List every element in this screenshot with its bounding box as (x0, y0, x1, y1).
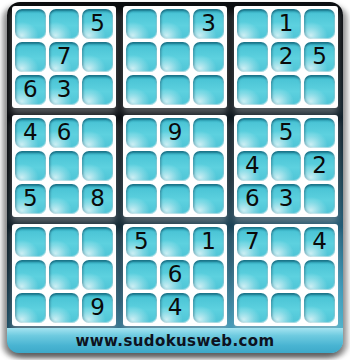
cell-r3c5[interactable] (160, 75, 191, 105)
cell-r2c5[interactable] (160, 42, 191, 72)
cell-r6c1[interactable]: 5 (15, 184, 46, 214)
given-digit: 5 (134, 230, 149, 253)
given-digit: 2 (279, 45, 294, 68)
box-2-2: 9 (123, 115, 227, 217)
cell-r4c5[interactable]: 9 (160, 118, 191, 148)
box-2-1: 4658 (12, 115, 116, 217)
page: 5763312546589542639516474 www.sudokusweb… (0, 0, 350, 360)
cell-r5c6[interactable] (193, 151, 224, 181)
cell-r3c6[interactable] (193, 75, 224, 105)
cell-r8c7[interactable] (237, 260, 268, 290)
box-3-2: 5164 (123, 224, 227, 326)
cell-r5c9[interactable]: 2 (304, 151, 335, 181)
cell-r4c2[interactable]: 6 (49, 118, 80, 148)
cell-r4c3[interactable] (82, 118, 113, 148)
cell-r6c5[interactable] (160, 184, 191, 214)
cell-r9c6[interactable] (193, 293, 224, 323)
cell-r9c5[interactable]: 4 (160, 293, 191, 323)
box-1-3: 125 (234, 6, 338, 108)
cell-r6c8[interactable]: 3 (271, 184, 302, 214)
cell-r5c5[interactable] (160, 151, 191, 181)
cell-r9c4[interactable] (126, 293, 157, 323)
cell-r7c3[interactable] (82, 227, 113, 257)
cell-r6c9[interactable] (304, 184, 335, 214)
cell-r2c9[interactable]: 5 (304, 42, 335, 72)
given-digit: 5 (312, 45, 327, 68)
cell-r8c8[interactable] (271, 260, 302, 290)
cell-r9c3[interactable]: 9 (82, 293, 113, 323)
given-digit: 8 (90, 187, 105, 210)
cell-r1c2[interactable] (49, 9, 80, 39)
cell-r5c8[interactable] (271, 151, 302, 181)
cell-r3c4[interactable] (126, 75, 157, 105)
box-3-3: 74 (234, 224, 338, 326)
cell-r9c2[interactable] (49, 293, 80, 323)
given-digit: 5 (90, 12, 105, 35)
given-digit: 4 (312, 230, 327, 253)
cell-r8c1[interactable] (15, 260, 46, 290)
cell-r2c2[interactable]: 7 (49, 42, 80, 72)
site-url[interactable]: www.sudokusweb.com (75, 332, 274, 350)
given-digit: 6 (23, 78, 38, 101)
cell-r1c9[interactable] (304, 9, 335, 39)
given-digit: 2 (312, 154, 327, 177)
given-digit: 7 (245, 230, 260, 253)
box-3-1: 9 (12, 224, 116, 326)
cell-r5c7[interactable]: 4 (237, 151, 268, 181)
given-digit: 1 (279, 12, 294, 35)
sudoku-board: 5763312546589542639516474 www.sudokusweb… (7, 2, 343, 353)
cell-r3c2[interactable]: 3 (49, 75, 80, 105)
cell-r8c9[interactable] (304, 260, 335, 290)
cell-r6c3[interactable]: 8 (82, 184, 113, 214)
given-digit: 7 (57, 45, 72, 68)
cell-r5c2[interactable] (49, 151, 80, 181)
box-1-2: 3 (123, 6, 227, 108)
cell-r1c7[interactable] (237, 9, 268, 39)
cell-r7c6[interactable]: 1 (193, 227, 224, 257)
cell-r1c1[interactable] (15, 9, 46, 39)
cell-r1c4[interactable] (126, 9, 157, 39)
cell-r2c3[interactable] (82, 42, 113, 72)
cell-r5c4[interactable] (126, 151, 157, 181)
cell-r8c2[interactable] (49, 260, 80, 290)
given-digit: 5 (279, 121, 294, 144)
cell-r1c5[interactable] (160, 9, 191, 39)
cell-r2c4[interactable] (126, 42, 157, 72)
cell-r1c3[interactable]: 5 (82, 9, 113, 39)
cell-r2c7[interactable] (237, 42, 268, 72)
given-digit: 9 (90, 296, 105, 319)
given-digit: 5 (23, 187, 38, 210)
given-digit: 6 (245, 187, 260, 210)
given-digit: 4 (23, 121, 38, 144)
box-1-1: 5763 (12, 6, 116, 108)
given-digit: 4 (168, 296, 183, 319)
cell-r1c8[interactable]: 1 (271, 9, 302, 39)
cell-r3c9[interactable] (304, 75, 335, 105)
cell-r5c1[interactable] (15, 151, 46, 181)
cell-r4c1[interactable]: 4 (15, 118, 46, 148)
given-digit: 4 (245, 154, 260, 177)
board-grid: 5763312546589542639516474 (12, 6, 338, 326)
cell-r7c4[interactable]: 5 (126, 227, 157, 257)
given-digit: 6 (168, 263, 183, 286)
cell-r9c7[interactable] (237, 293, 268, 323)
given-digit: 3 (57, 78, 72, 101)
cell-r2c1[interactable] (15, 42, 46, 72)
given-digit: 3 (279, 187, 294, 210)
cell-r4c8[interactable]: 5 (271, 118, 302, 148)
footer-bar: www.sudokusweb.com (7, 328, 343, 353)
given-digit: 3 (201, 12, 216, 35)
cell-r7c5[interactable] (160, 227, 191, 257)
cell-r2c8[interactable]: 2 (271, 42, 302, 72)
given-digit: 1 (201, 230, 216, 253)
cell-r8c6[interactable] (193, 260, 224, 290)
cell-r8c4[interactable] (126, 260, 157, 290)
cell-r2c6[interactable] (193, 42, 224, 72)
box-2-3: 54263 (234, 115, 338, 217)
cell-r9c1[interactable] (15, 293, 46, 323)
cell-r3c8[interactable] (271, 75, 302, 105)
given-digit: 9 (168, 121, 183, 144)
cell-r7c9[interactable]: 4 (304, 227, 335, 257)
cell-r3c3[interactable] (82, 75, 113, 105)
cell-r1c6[interactable]: 3 (193, 9, 224, 39)
cell-r7c2[interactable] (49, 227, 80, 257)
cell-r7c8[interactable] (271, 227, 302, 257)
cell-r8c3[interactable] (82, 260, 113, 290)
cell-r4c9[interactable] (304, 118, 335, 148)
cell-r7c1[interactable] (15, 227, 46, 257)
cell-r4c4[interactable] (126, 118, 157, 148)
cell-r9c8[interactable] (271, 293, 302, 323)
cell-r8c5[interactable]: 6 (160, 260, 191, 290)
cell-r9c9[interactable] (304, 293, 335, 323)
given-digit: 6 (57, 121, 72, 144)
cell-r5c3[interactable] (82, 151, 113, 181)
cell-r4c7[interactable] (237, 118, 268, 148)
cell-r6c2[interactable] (49, 184, 80, 214)
cell-r6c7[interactable]: 6 (237, 184, 268, 214)
cell-r3c1[interactable]: 6 (15, 75, 46, 105)
cell-r3c7[interactable] (237, 75, 268, 105)
cell-r7c7[interactable]: 7 (237, 227, 268, 257)
cell-r4c6[interactable] (193, 118, 224, 148)
cell-r6c6[interactable] (193, 184, 224, 214)
cell-r6c4[interactable] (126, 184, 157, 214)
